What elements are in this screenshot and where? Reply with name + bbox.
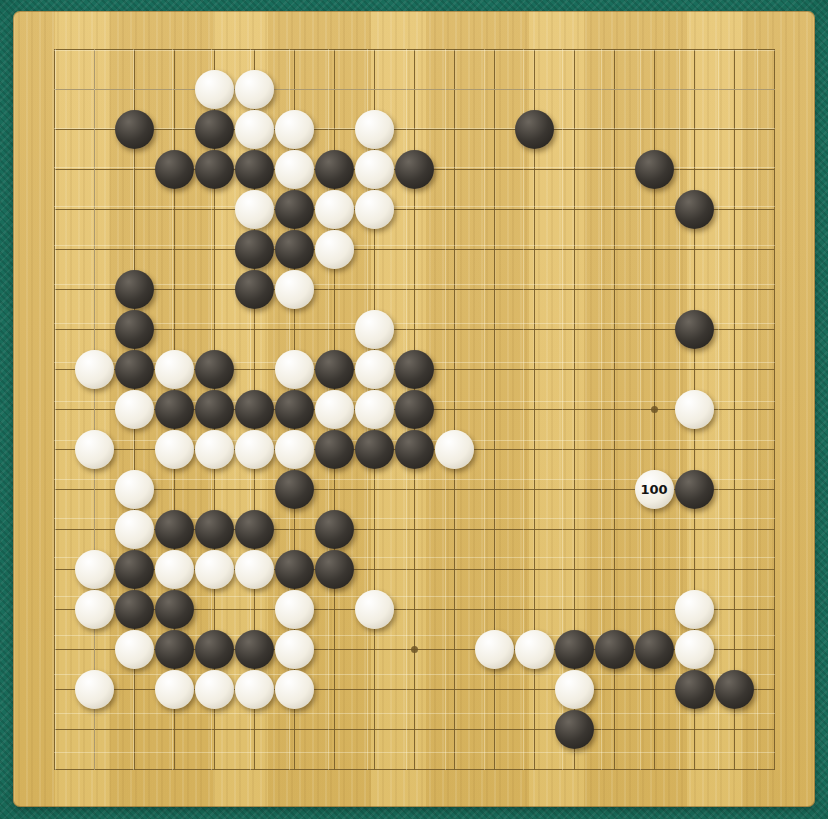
stone-white[interactable] bbox=[315, 230, 354, 269]
stone-white[interactable] bbox=[355, 590, 394, 629]
stone-black[interactable] bbox=[595, 630, 634, 669]
stone-white[interactable] bbox=[115, 390, 154, 429]
stone-white[interactable] bbox=[475, 630, 514, 669]
stone-white[interactable] bbox=[235, 110, 274, 149]
stone-black[interactable] bbox=[275, 390, 314, 429]
stone-white[interactable] bbox=[675, 390, 714, 429]
stone-black[interactable] bbox=[675, 670, 714, 709]
stone-black[interactable] bbox=[555, 710, 594, 749]
stone-black[interactable] bbox=[275, 550, 314, 589]
stone-white[interactable] bbox=[75, 590, 114, 629]
star-point bbox=[411, 646, 418, 653]
stone-black[interactable] bbox=[155, 630, 194, 669]
stone-white[interactable] bbox=[275, 670, 314, 709]
stone-white[interactable] bbox=[275, 630, 314, 669]
stone-black[interactable] bbox=[275, 470, 314, 509]
stone-black[interactable] bbox=[675, 310, 714, 349]
stone-white[interactable] bbox=[355, 350, 394, 389]
stone-white[interactable] bbox=[75, 670, 114, 709]
stone-black[interactable] bbox=[355, 430, 394, 469]
stone-white[interactable] bbox=[675, 630, 714, 669]
stone-black[interactable] bbox=[235, 510, 274, 549]
stone-white[interactable] bbox=[195, 430, 234, 469]
stone-black[interactable] bbox=[155, 390, 194, 429]
star-point bbox=[651, 406, 658, 413]
stone-black[interactable] bbox=[515, 110, 554, 149]
stone-white[interactable] bbox=[115, 630, 154, 669]
stone-white[interactable] bbox=[235, 670, 274, 709]
stone-black[interactable] bbox=[675, 190, 714, 229]
stone-black[interactable] bbox=[115, 310, 154, 349]
stone-black[interactable] bbox=[195, 630, 234, 669]
stone-white[interactable] bbox=[275, 590, 314, 629]
stone-white[interactable] bbox=[315, 190, 354, 229]
stone-black[interactable] bbox=[195, 350, 234, 389]
stone-white[interactable] bbox=[155, 670, 194, 709]
stone-white[interactable] bbox=[555, 670, 594, 709]
stone-white[interactable] bbox=[275, 350, 314, 389]
stone-black[interactable] bbox=[115, 350, 154, 389]
stone-black[interactable] bbox=[315, 350, 354, 389]
stone-white[interactable] bbox=[75, 430, 114, 469]
go-game-window: 100 bbox=[0, 0, 828, 819]
stone-white[interactable]: 100 bbox=[635, 470, 674, 509]
stone-black[interactable] bbox=[715, 670, 754, 709]
stone-black[interactable] bbox=[395, 390, 434, 429]
stone-black[interactable] bbox=[155, 150, 194, 189]
stone-black[interactable] bbox=[195, 390, 234, 429]
stone-black[interactable] bbox=[155, 590, 194, 629]
stone-black[interactable] bbox=[235, 390, 274, 429]
stone-white[interactable] bbox=[235, 70, 274, 109]
stone-white[interactable] bbox=[195, 70, 234, 109]
stone-black[interactable] bbox=[315, 510, 354, 549]
stone-black[interactable] bbox=[395, 350, 434, 389]
stone-white[interactable] bbox=[75, 550, 114, 589]
stone-white[interactable] bbox=[155, 430, 194, 469]
stone-white[interactable] bbox=[75, 350, 114, 389]
stone-white[interactable] bbox=[275, 150, 314, 189]
stone-white[interactable] bbox=[235, 550, 274, 589]
stone-black[interactable] bbox=[235, 230, 274, 269]
stone-black[interactable] bbox=[235, 630, 274, 669]
stone-white[interactable] bbox=[315, 390, 354, 429]
stone-black[interactable] bbox=[115, 550, 154, 589]
stone-white[interactable] bbox=[235, 430, 274, 469]
stone-white[interactable] bbox=[155, 550, 194, 589]
stone-black[interactable] bbox=[235, 150, 274, 189]
stone-white[interactable] bbox=[355, 390, 394, 429]
stone-black[interactable] bbox=[195, 110, 234, 149]
stone-white[interactable] bbox=[115, 510, 154, 549]
stone-black[interactable] bbox=[235, 270, 274, 309]
stone-white[interactable] bbox=[115, 470, 154, 509]
stone-white[interactable] bbox=[355, 150, 394, 189]
stone-black[interactable] bbox=[195, 510, 234, 549]
stone-black[interactable] bbox=[155, 510, 194, 549]
stone-white[interactable] bbox=[155, 350, 194, 389]
stone-white[interactable] bbox=[235, 190, 274, 229]
stone-black[interactable] bbox=[315, 430, 354, 469]
stone-white[interactable] bbox=[355, 110, 394, 149]
stone-black[interactable] bbox=[635, 150, 674, 189]
stone-white[interactable] bbox=[355, 310, 394, 349]
stone-white[interactable] bbox=[195, 670, 234, 709]
stone-white[interactable] bbox=[195, 550, 234, 589]
stone-black[interactable] bbox=[675, 470, 714, 509]
stone-white[interactable] bbox=[435, 430, 474, 469]
stone-white[interactable] bbox=[675, 590, 714, 629]
stone-black[interactable] bbox=[195, 150, 234, 189]
stone-black[interactable] bbox=[555, 630, 594, 669]
stone-white[interactable] bbox=[275, 270, 314, 309]
stone-black[interactable] bbox=[635, 630, 674, 669]
stone-black[interactable] bbox=[315, 150, 354, 189]
stone-black[interactable] bbox=[315, 550, 354, 589]
stone-white[interactable] bbox=[355, 190, 394, 229]
stone-white[interactable] bbox=[275, 110, 314, 149]
stone-black[interactable] bbox=[275, 230, 314, 269]
stone-black[interactable] bbox=[275, 190, 314, 229]
stone-black[interactable] bbox=[115, 590, 154, 629]
stone-black[interactable] bbox=[395, 150, 434, 189]
stone-black[interactable] bbox=[395, 430, 434, 469]
stone-white[interactable] bbox=[515, 630, 554, 669]
move-number-label: 100 bbox=[640, 483, 667, 496]
stone-black[interactable] bbox=[115, 110, 154, 149]
stone-black[interactable] bbox=[115, 270, 154, 309]
stone-white[interactable] bbox=[275, 430, 314, 469]
goban: 100 bbox=[13, 11, 815, 807]
